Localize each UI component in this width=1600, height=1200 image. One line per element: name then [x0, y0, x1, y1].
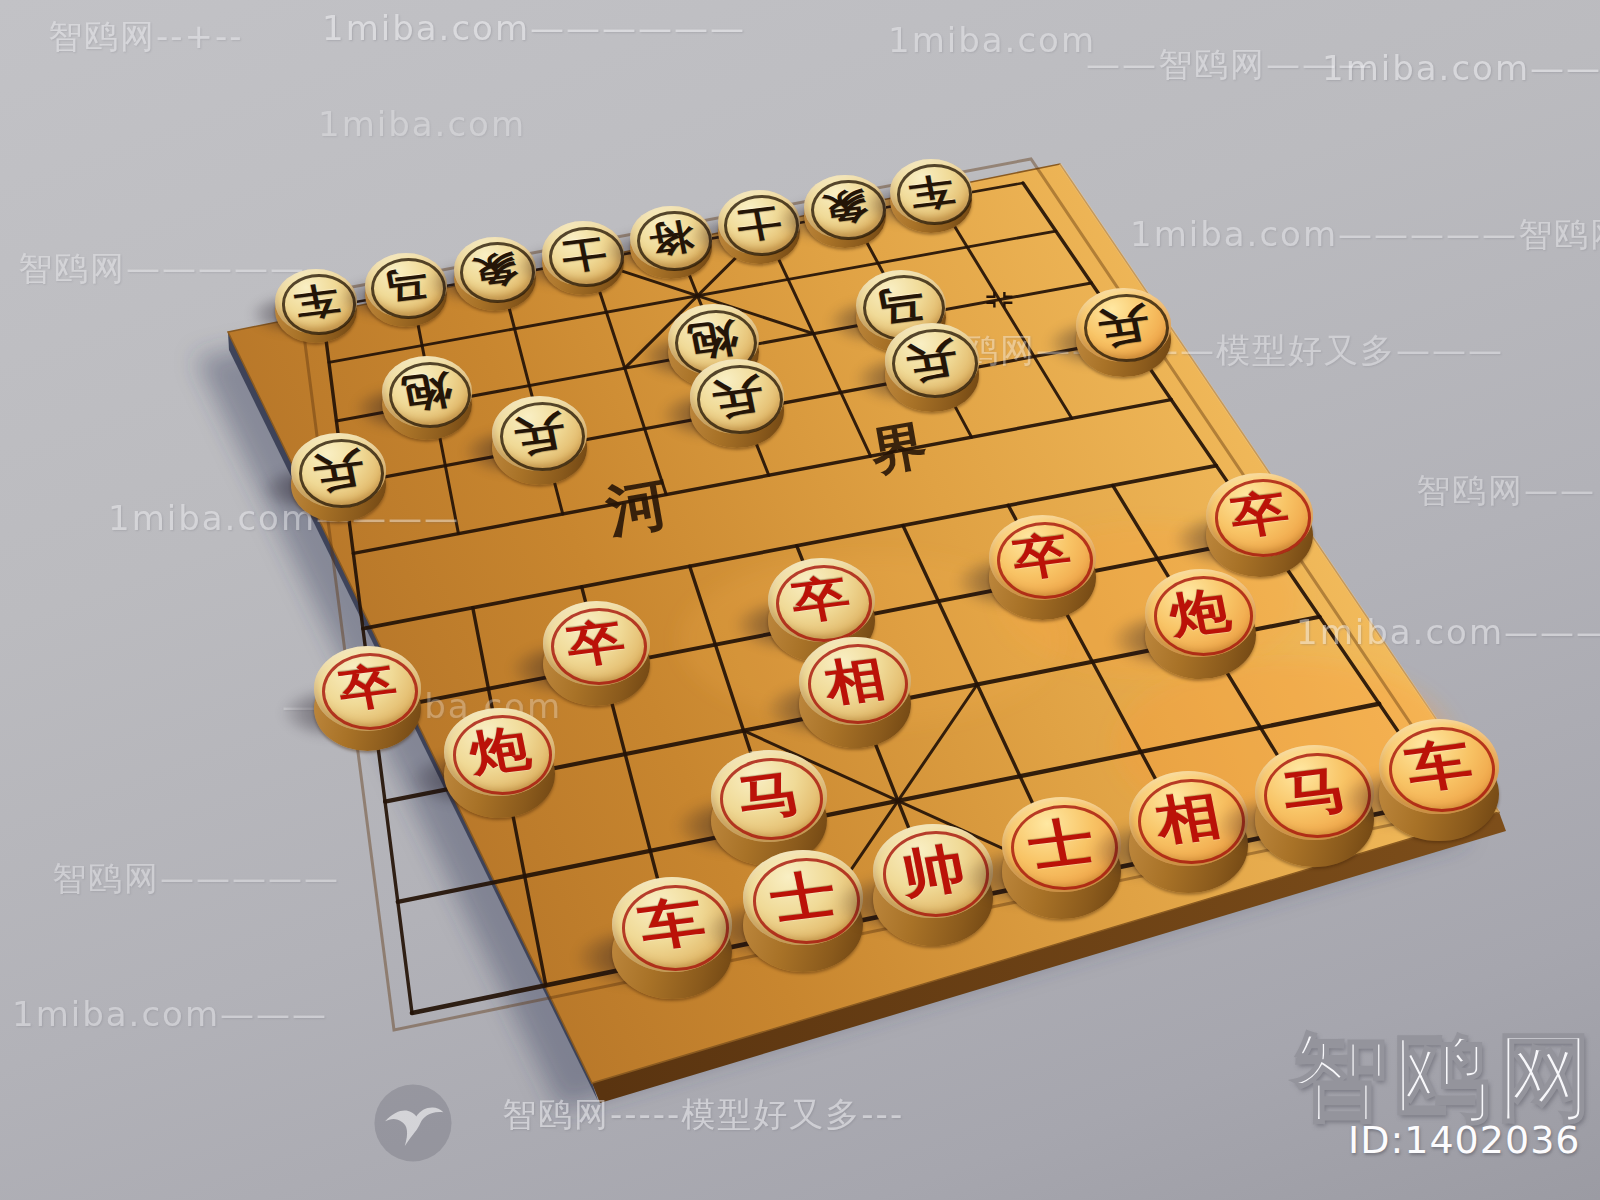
- piece-glyph: 帅: [894, 833, 972, 910]
- piece-glyph: 卒: [562, 609, 631, 678]
- piece-glyph: 相: [1150, 780, 1228, 857]
- piece-glyph: 炮: [464, 716, 536, 788]
- piece-glyph: 车: [633, 886, 711, 963]
- river-label-right: 界: [865, 416, 931, 482]
- piece-glyph: 马: [379, 259, 432, 312]
- piece-glyph: 卒: [787, 566, 856, 635]
- piece-black-soldier: 兵: [492, 396, 587, 491]
- piece-red-soldier: 卒: [543, 601, 650, 712]
- piece-red-soldier: 卒: [1206, 473, 1313, 584]
- piece-black-soldier: 兵: [1076, 288, 1171, 383]
- piece-glyph: 相: [819, 646, 891, 718]
- piece-red-chariot: 车: [1379, 719, 1499, 847]
- piece-red-cannon: 炮: [444, 708, 555, 824]
- scene: 河界 车马象士将士象车炮炮马兵兵兵兵兵卒卒卒卒卒炮相炮马车士帅士相马车 智鸥网 …: [0, 0, 1600, 1200]
- piece-red-soldier: 卒: [989, 515, 1096, 626]
- piece-glyph: 士: [765, 859, 843, 936]
- piece-black-cannon: 炮: [382, 356, 472, 446]
- piece-glyph: 车: [289, 275, 342, 328]
- piece-black-chariot: 车: [890, 159, 972, 239]
- piece-glyph: 兵: [901, 330, 962, 391]
- piece-glyph: 马: [731, 759, 806, 834]
- piece-glyph: 兵: [509, 403, 570, 464]
- piece-red-soldier: 卒: [314, 646, 421, 757]
- piece-red-cannon: 炮: [1145, 569, 1256, 685]
- piece-glyph: 炮: [398, 363, 456, 420]
- piece-black-soldier: 兵: [885, 323, 980, 418]
- piece-glyph: 兵: [1093, 295, 1154, 356]
- piece-glyph: 兵: [308, 440, 369, 501]
- piece-black-soldier: 兵: [291, 433, 386, 528]
- piece-glyph: 将: [645, 212, 698, 265]
- piece-glyph: 兵: [706, 366, 767, 427]
- piece-glyph: 卒: [333, 654, 402, 723]
- piece-glyph: 卒: [1008, 523, 1077, 592]
- piece-glyph: 士: [1023, 806, 1101, 883]
- piece-black-soldier: 兵: [690, 359, 785, 454]
- piece-glyph: 车: [1400, 728, 1478, 805]
- piece-glyph: 象: [468, 243, 521, 296]
- piece-red-elephant: 相: [799, 637, 910, 753]
- piece-glyph: 士: [557, 227, 610, 280]
- piece-glyph: 卒: [1225, 481, 1294, 550]
- river-label-left: 河: [601, 471, 674, 544]
